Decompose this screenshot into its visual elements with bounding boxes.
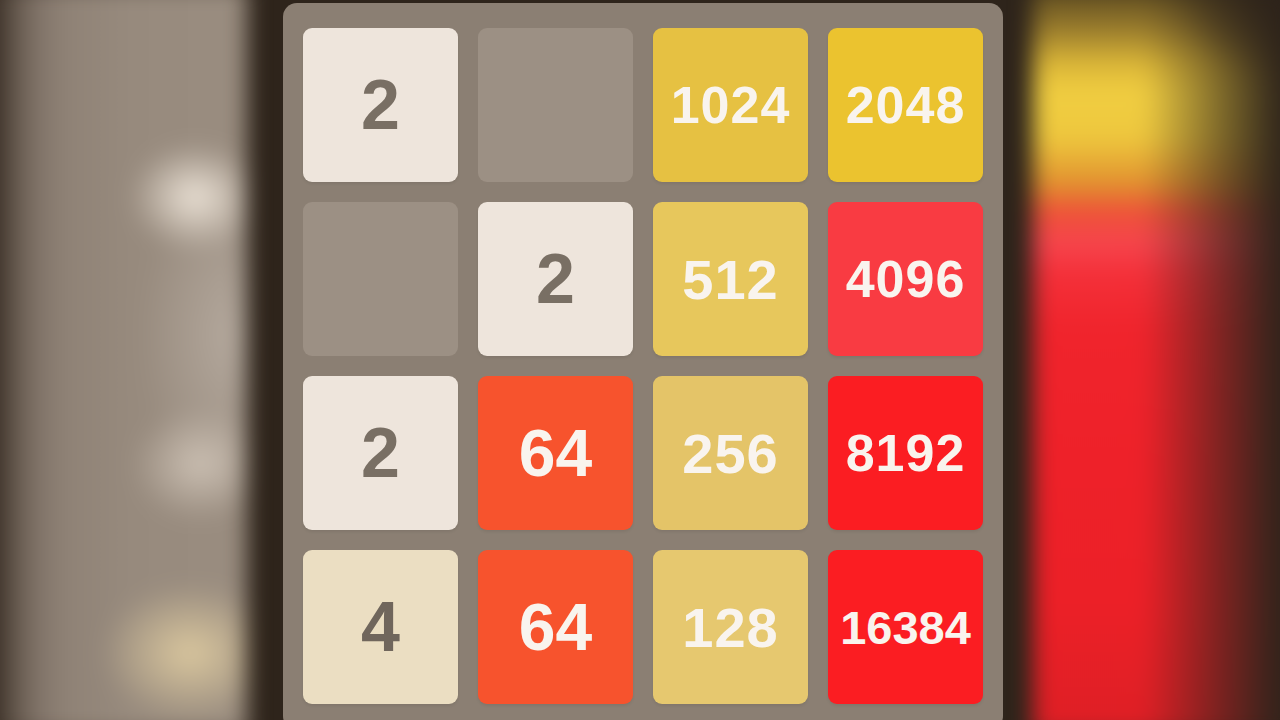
game-board[interactable]: 21024204825124096264256819246412816384 — [283, 3, 1003, 720]
video-frame: 21024204825124096264256819246412816384 — [0, 0, 1280, 720]
tile-2-r1c1: 2 — [303, 28, 458, 182]
tile-2-r3c1: 2 — [303, 376, 458, 530]
tile-2-r2c2: 2 — [478, 202, 633, 356]
blurred-backdrop-left — [0, 0, 247, 720]
blurred-backdrop-right — [1033, 0, 1280, 720]
empty-cell-r2c1 — [303, 202, 458, 356]
tile-1024-r1c3: 1024 — [653, 28, 808, 182]
tile-4-r4c1: 4 — [303, 550, 458, 704]
tile-64-r4c2: 64 — [478, 550, 633, 704]
tile-512-r2c3: 512 — [653, 202, 808, 356]
tile-8192-r3c4: 8192 — [828, 376, 983, 530]
tile-64-r3c2: 64 — [478, 376, 633, 530]
tile-16384-r4c4: 16384 — [828, 550, 983, 704]
tile-256-r3c3: 256 — [653, 376, 808, 530]
empty-cell-r1c2 — [478, 28, 633, 182]
tile-4096-r2c4: 4096 — [828, 202, 983, 356]
tile-2048-r1c4: 2048 — [828, 28, 983, 182]
tile-128-r4c3: 128 — [653, 550, 808, 704]
